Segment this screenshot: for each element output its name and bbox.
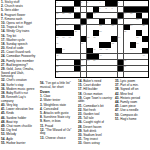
grid-cell[interactable]	[87, 72, 93, 78]
cell-number: 54	[81, 65, 83, 67]
black-cell[interactable]	[118, 66, 124, 71]
grid-cell[interactable]	[111, 60, 117, 65]
grid-cell[interactable]	[130, 36, 136, 41]
grid-cell[interactable]	[136, 54, 142, 59]
clue-text: Cape Town's country: abbr.	[78, 96, 113, 104]
grid-cell[interactable]	[124, 1, 130, 6]
grid-cell[interactable]	[118, 42, 124, 47]
grid-cell[interactable]	[124, 48, 130, 53]
cell-number: 37	[81, 42, 83, 44]
grid-cell[interactable]: 30	[62, 36, 68, 41]
grid-cell[interactable]: 31	[68, 36, 74, 41]
grid-cell[interactable]: 43	[105, 48, 111, 53]
grid-cell[interactable]	[130, 30, 136, 35]
grid-cell[interactable]	[130, 66, 136, 71]
cell-number: 12	[69, 12, 71, 14]
clue-item: 51. Hog's home	[115, 118, 149, 122]
cell-number: 24	[130, 24, 132, 26]
across-clues-tail: 56. "I've got a little list" musical, fo…	[40, 82, 75, 89]
grid-cell[interactable]: 28	[124, 30, 130, 35]
grid-cell[interactable]	[99, 66, 105, 71]
grid-cell[interactable]	[136, 60, 142, 65]
black-cell[interactable]	[87, 48, 93, 53]
grid-cell[interactable]	[99, 60, 105, 65]
grid-cell[interactable]: 13	[93, 13, 99, 18]
grid-cell[interactable]	[68, 42, 74, 47]
grid-cell[interactable]	[124, 72, 130, 78]
grid-cell[interactable]	[62, 19, 68, 24]
grid-cell[interactable]	[99, 36, 105, 41]
grid-cell[interactable]	[124, 36, 130, 41]
grid-cell[interactable]	[81, 48, 87, 53]
clue-text: Gold, Juno, Omaha, Sword and Utah, famou…	[1, 67, 34, 78]
grid-cell[interactable]	[118, 48, 124, 53]
grid-cell[interactable]	[105, 66, 111, 71]
clue-text: Goes astray	[83, 141, 100, 145]
cell-number: 9	[112, 7, 113, 9]
cell-number: 39	[136, 42, 138, 44]
grid-cell[interactable]	[74, 48, 80, 53]
black-cell[interactable]	[74, 60, 80, 65]
grid-cell[interactable]	[142, 72, 148, 78]
cell-number: 14	[124, 12, 126, 14]
grid-cell[interactable]: 44	[130, 48, 136, 53]
grid-cell[interactable]	[74, 36, 80, 41]
grid-cell[interactable]	[111, 54, 117, 59]
grid-cell[interactable]	[118, 7, 124, 12]
grid-cell[interactable]: 40	[62, 48, 68, 53]
cell-number: 31	[69, 36, 71, 38]
cell-number: 35	[136, 36, 138, 38]
grid-cell[interactable]	[105, 72, 111, 78]
cell-number: 46	[99, 54, 101, 56]
cell-number: 19	[136, 18, 138, 20]
grid-cell[interactable]: 3	[87, 1, 93, 6]
grid-cell[interactable]	[105, 25, 111, 30]
grid-cell[interactable]	[87, 66, 93, 71]
cell-number: 17	[87, 18, 89, 20]
grid-cell[interactable]	[87, 7, 93, 12]
grid-cell[interactable]	[68, 60, 74, 65]
grid-cell[interactable]	[68, 1, 74, 6]
grid-cell[interactable]	[74, 72, 80, 78]
grid-cell[interactable]	[93, 25, 99, 30]
grid-cell[interactable]: 23	[111, 25, 117, 30]
clue-item: 13. Cheese choice	[40, 137, 75, 141]
grid-cell[interactable]	[142, 13, 148, 18]
grid-cell[interactable]	[62, 25, 68, 30]
cell-number: 13	[93, 12, 95, 14]
grid-cell[interactable]	[142, 66, 148, 71]
grid-cell[interactable]	[105, 54, 111, 59]
grid-cell[interactable]: 32	[87, 36, 93, 41]
grid-cell[interactable]: 25	[142, 25, 148, 30]
cell-number: 2	[81, 1, 82, 3]
grid-cell[interactable]	[111, 30, 117, 35]
grid-cell[interactable]: 47	[142, 54, 148, 59]
grid-cell[interactable]	[81, 7, 87, 12]
grid-cell[interactable]: 38	[111, 42, 117, 47]
grid-cell[interactable]: 9	[111, 7, 117, 12]
cell-number: 36	[56, 42, 58, 44]
grid-cell[interactable]	[111, 13, 117, 18]
cell-number: 47	[142, 54, 144, 56]
cell-number: 40	[62, 48, 64, 50]
grid-cell[interactable]	[99, 72, 105, 78]
cell-number: 1	[56, 1, 57, 3]
grid-cell[interactable]: 18	[118, 19, 124, 24]
grid-cell[interactable]	[81, 30, 87, 35]
grid-cell[interactable]: 54	[81, 66, 87, 71]
grid-cell[interactable]: 50	[87, 60, 93, 65]
grid-cell[interactable]: 24	[130, 25, 136, 30]
clue-text: "The Wizard of Oz" dog	[40, 128, 71, 136]
grid-cell[interactable]	[105, 30, 111, 35]
cell-number: 23	[112, 24, 114, 26]
cell-number: 56	[56, 71, 58, 73]
cell-number: 22	[99, 24, 101, 26]
cell-number: 6	[75, 7, 76, 9]
cell-number: 53	[56, 65, 58, 67]
grid-cell[interactable]	[74, 19, 80, 24]
grid-cell[interactable]: 15	[130, 13, 136, 18]
grid-cell[interactable]	[136, 48, 142, 53]
grid-cell[interactable]: 20	[56, 25, 62, 30]
cell-number: 49	[81, 59, 83, 61]
down-clues-column: 14. Baker's need15. Court divider17. Hil…	[78, 80, 113, 149]
grid-cell[interactable]	[124, 42, 130, 47]
grid-cell[interactable]: 19	[136, 19, 142, 24]
grid-cell[interactable]	[68, 25, 74, 30]
cell-number: 32	[87, 36, 89, 38]
cell-number: 25	[142, 24, 144, 26]
clue-item: 29. Gold, Juno, Omaha, Sword and Utah, f…	[1, 68, 37, 79]
grid-cell[interactable]: 33	[93, 36, 99, 41]
cell-number: 27	[99, 30, 101, 32]
grid-cell[interactable]	[142, 60, 148, 65]
grid-cell[interactable]: 11	[62, 13, 68, 18]
crossword-grid[interactable]: 1234567891011121314151617181920212223242…	[55, 0, 149, 78]
grid-cell[interactable]	[74, 42, 80, 47]
grid-cell[interactable]: 14	[124, 13, 130, 18]
grid-cell[interactable]: 56	[56, 72, 62, 78]
clue-text: Cheese choice	[45, 136, 65, 140]
grid-cell[interactable]	[99, 13, 105, 18]
black-cell[interactable]	[74, 13, 80, 18]
grid-cell[interactable]: 41	[93, 48, 99, 53]
cell-number: 33	[93, 36, 95, 38]
grid-cell[interactable]	[62, 72, 68, 78]
grid-cell[interactable]: 12	[68, 13, 74, 18]
grid-cell[interactable]: 27	[99, 30, 105, 35]
grid-cell[interactable]	[68, 72, 74, 78]
cell-number: 41	[93, 48, 95, 50]
grid-cell[interactable]	[93, 72, 99, 78]
grid-cell[interactable]: 39	[136, 42, 142, 47]
grid-cell[interactable]	[111, 72, 117, 78]
grid-cell[interactable]: 26	[74, 30, 80, 35]
cell-number: 18	[118, 18, 120, 20]
cell-number: 50	[87, 59, 89, 61]
clue-item: 56. "I've got a little list" musical, fo…	[40, 82, 75, 89]
grid-cell[interactable]	[136, 1, 142, 6]
black-cell[interactable]	[74, 66, 80, 71]
cell-number: 55	[124, 65, 126, 67]
black-cell[interactable]	[142, 7, 148, 12]
grid-cell[interactable]: 2	[81, 1, 87, 6]
cell-number: 8	[105, 7, 106, 9]
cell-number: 21	[81, 24, 83, 26]
cell-number: 38	[112, 42, 114, 44]
grid-cell[interactable]	[105, 13, 111, 18]
cell-number: 44	[130, 48, 132, 50]
grid-cell[interactable]: 7	[99, 7, 105, 12]
cell-number: 11	[62, 12, 64, 14]
grid-cell[interactable]	[105, 19, 111, 24]
cell-number: 5	[118, 1, 119, 3]
grid-cell[interactable]	[111, 66, 117, 71]
grid-cell[interactable]	[93, 19, 99, 24]
grid-cell[interactable]	[136, 72, 142, 78]
cell-number: 7	[99, 7, 100, 9]
down-clues-column-2: 35. Lyric poem37. Part of a min.38. Sign…	[115, 80, 149, 149]
grid-cell[interactable]: 21	[81, 25, 87, 30]
black-cell[interactable]	[142, 36, 148, 41]
grid-cell[interactable]	[81, 13, 87, 18]
grid-cell[interactable]: 55	[124, 66, 130, 71]
grid-cell[interactable]	[136, 66, 142, 71]
grid-cell[interactable]	[87, 25, 93, 30]
grid-cell[interactable]	[68, 54, 74, 59]
grid-cell[interactable]	[142, 42, 148, 47]
grid-cell[interactable]	[130, 1, 136, 6]
clue-text: "I've got a little list" musical, for sh…	[40, 81, 71, 89]
grid-cell[interactable]	[68, 66, 74, 71]
grid-cell[interactable]	[62, 1, 68, 6]
cell-number: 28	[124, 30, 126, 32]
grid-cell[interactable]	[62, 54, 68, 59]
grid-cell[interactable]: 8	[105, 7, 111, 12]
cell-number: 3	[87, 1, 88, 3]
grid-cell[interactable]: 46	[99, 54, 105, 59]
grid-cell[interactable]: 6	[74, 7, 80, 12]
clue-text: Hog's home	[120, 117, 136, 121]
cell-number: 15	[130, 12, 132, 14]
grid-cell[interactable]	[105, 60, 111, 65]
cell-number: 42	[99, 48, 101, 50]
grid-cell[interactable]: 17	[87, 19, 93, 24]
grid-cell[interactable]: 37	[81, 42, 87, 47]
grid-cell[interactable]	[118, 72, 124, 78]
clue-text: Harbor barrier	[6, 141, 25, 145]
cell-number: 16	[56, 18, 58, 20]
cell-number: 4	[99, 1, 100, 3]
clue-item: 33. Goes astray	[78, 142, 113, 146]
grid-cell[interactable]: 1	[56, 1, 62, 6]
grid-cell[interactable]	[130, 60, 136, 65]
grid-cell[interactable]	[81, 72, 87, 78]
grid-cell[interactable]	[93, 1, 99, 6]
grid-cell[interactable]	[142, 1, 148, 6]
black-cell[interactable]	[136, 7, 142, 12]
grid-cell[interactable]	[130, 72, 136, 78]
grid-cell[interactable]	[93, 66, 99, 71]
cell-number: 26	[75, 30, 77, 32]
grid-cell[interactable]	[68, 48, 74, 53]
grid-cell[interactable]	[130, 54, 136, 59]
grid-cell[interactable]	[105, 36, 111, 41]
grid-cell[interactable]	[118, 25, 124, 30]
black-cell[interactable]	[118, 60, 124, 65]
cell-number: 34	[118, 36, 120, 38]
down-clues-start: 1. Claw2. Water tester3. Weightless stat…	[40, 95, 75, 140]
cell-number: 10	[56, 12, 58, 14]
cell-number: 52	[124, 59, 126, 61]
grid-cell[interactable]	[111, 48, 117, 53]
grid-cell[interactable]	[87, 42, 93, 47]
cell-number: 20	[56, 24, 58, 26]
cell-number: 29	[56, 36, 58, 38]
grid-cell[interactable]	[118, 54, 124, 59]
grid-cell[interactable]	[62, 60, 68, 65]
grid-cell[interactable]	[62, 66, 68, 71]
grid-cell[interactable]: 34	[118, 36, 124, 41]
grid-cell[interactable]	[68, 19, 74, 24]
cell-number: 43	[105, 48, 107, 50]
cell-number: 30	[62, 36, 64, 38]
grid-cell[interactable]	[124, 19, 130, 24]
cell-number: 48	[56, 59, 58, 61]
clue-item: 55. Harbor barrier	[1, 142, 37, 146]
grid-cell[interactable]	[136, 25, 142, 30]
grid-cell[interactable]: 36	[56, 42, 62, 47]
grid-cell[interactable]	[74, 54, 80, 59]
across-tail-and-down-column: 56. "I've got a little list" musical, fo…	[40, 82, 75, 149]
cell-number: 45	[56, 54, 58, 56]
grid-cell[interactable]: 5	[118, 1, 124, 6]
cell-number: 51	[93, 59, 95, 61]
grid-cell[interactable]	[142, 30, 148, 35]
grid-cell[interactable]: 51	[93, 60, 99, 65]
across-clues-column: 1. Sticky stuff2. Church seats5. Gets ol…	[1, 1, 37, 149]
